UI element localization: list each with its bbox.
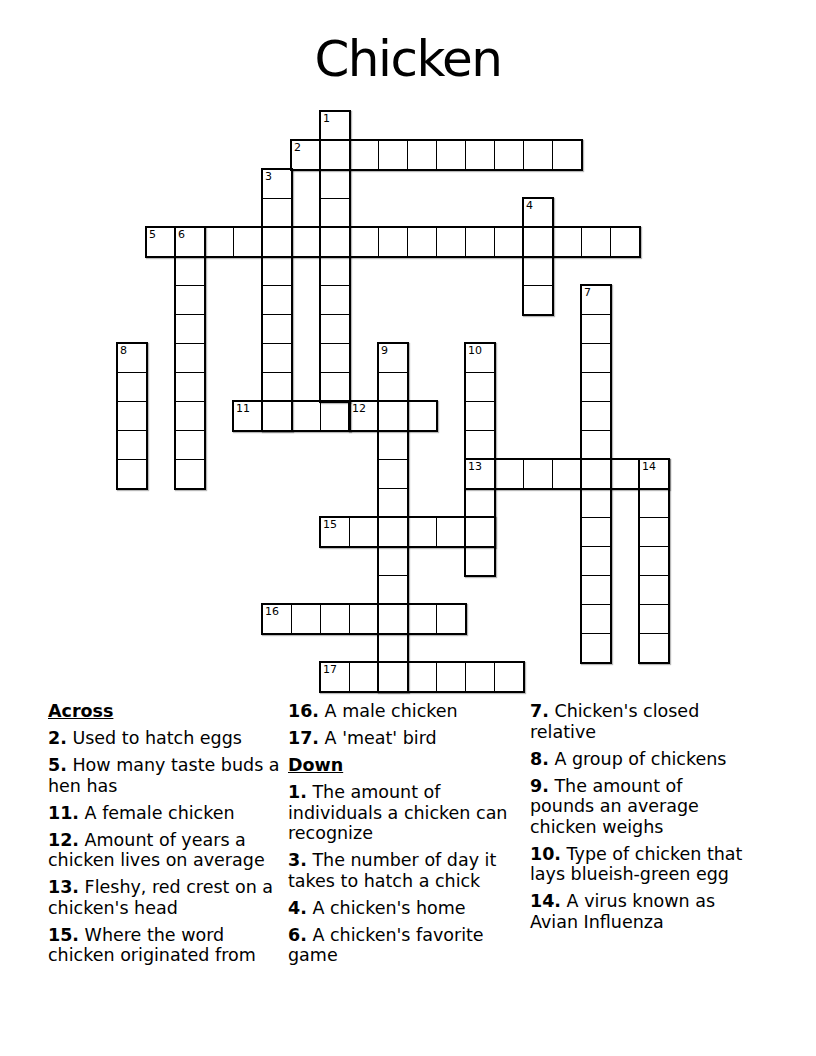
clue-column-3: 7. Chicken's closed relative8. A group o… — [530, 701, 748, 939]
clue-number: 7. — [530, 701, 549, 721]
clue-text: A 'meat' bird — [325, 728, 437, 748]
clue-text: Amount of years a chicken lives on avera… — [48, 830, 265, 871]
word-16-across-outline — [261, 603, 467, 635]
clue-text: A female chicken — [85, 803, 235, 823]
clue-2-across: 2. Used to hatch eggs — [48, 728, 284, 749]
clue-number: 2. — [48, 728, 67, 748]
clue-8-down: 8. A group of chickens — [530, 749, 748, 770]
clue-column-2: 16. A male chicken17. A 'meat' birdDown1… — [288, 701, 532, 972]
clue-number: 8. — [530, 749, 549, 769]
clue-text: The number of day it takes to hatch a ch… — [288, 850, 496, 891]
clue-number: 3. — [288, 850, 307, 870]
cell-number-4: 4 — [526, 200, 533, 211]
clue-text: The amount of individuals a chicken can … — [288, 782, 507, 843]
clue-number: 15. — [48, 925, 79, 945]
clue-text: Type of chicken that lays blueish-green … — [530, 844, 742, 885]
clue-7-down: 7. Chicken's closed relative — [530, 701, 748, 742]
cell-number-1: 1 — [323, 113, 330, 124]
clue-14-down: 14. A virus known as Avian Influenza — [530, 891, 748, 932]
clue-text: A chicken's home — [312, 898, 465, 918]
cell-number-14: 14 — [642, 461, 656, 472]
clue-number: 13. — [48, 877, 79, 897]
cell-number-10: 10 — [468, 345, 482, 356]
clue-number: 9. — [530, 776, 549, 796]
word-5-across-outline — [145, 226, 641, 258]
clue-15-across: 15. Where the word chicken originated fr… — [48, 925, 284, 966]
crossword-board: 1234567891011121314151617 — [0, 0, 816, 716]
clue-number: 6. — [288, 925, 307, 945]
word-17-across-outline — [319, 661, 525, 693]
clue-11-across: 11. A female chicken — [48, 803, 284, 824]
word-15-across-outline — [319, 516, 496, 548]
clue-text: Chicken's closed relative — [530, 701, 699, 742]
cell-number-3: 3 — [265, 171, 272, 182]
clue-9-down: 9. The amount of pounds an average chick… — [530, 776, 748, 838]
clue-number: 14. — [530, 891, 561, 911]
clue-4-down: 4. A chicken's home — [288, 898, 532, 919]
word-14-down-outline — [638, 458, 670, 664]
across-header: Across — [48, 701, 284, 721]
clue-16-across: 16. A male chicken — [288, 701, 532, 722]
clue-text: Used to hatch eggs — [72, 728, 242, 748]
clue-text: Fleshy, red crest on a chicken's head — [48, 877, 273, 918]
word-3-down-outline — [261, 168, 293, 432]
cell-number-6: 6 — [178, 229, 185, 240]
clue-number: 1. — [288, 782, 307, 802]
clue-column-1: Across2. Used to hatch eggs5. How many t… — [48, 701, 284, 972]
cell-number-15: 15 — [323, 519, 337, 530]
clue-number: 16. — [288, 701, 319, 721]
clue-12-across: 12. Amount of years a chicken lives on a… — [48, 830, 284, 871]
clue-1-down: 1. The amount of individuals a chicken c… — [288, 782, 532, 844]
cell-number-13: 13 — [468, 461, 482, 472]
cell-number-12: 12 — [352, 403, 366, 414]
cell-number-7: 7 — [584, 287, 591, 298]
clue-text: The amount of pounds an average chicken … — [530, 776, 699, 837]
word-8-down-outline — [116, 342, 148, 490]
clue-13-across: 13. Fleshy, red crest on a chicken's hea… — [48, 877, 284, 918]
clue-6-down: 6. A chicken's favorite game — [288, 925, 532, 966]
clue-text: Where the word chicken originated from — [48, 925, 256, 966]
word-6-down-outline — [174, 226, 206, 490]
clue-number: 12. — [48, 830, 79, 850]
clue-number: 10. — [530, 844, 561, 864]
cell-number-16: 16 — [265, 606, 279, 617]
clue-text: A group of chickens — [554, 749, 726, 769]
clue-text: How many taste buds a hen has — [48, 755, 280, 796]
clue-number: 5. — [48, 755, 67, 775]
cell-number-11: 11 — [236, 403, 250, 414]
clue-3-down: 3. The number of day it takes to hatch a… — [288, 850, 532, 891]
crossword-page: Chicken 1234567891011121314151617 Across… — [0, 0, 816, 1056]
cell-number-2: 2 — [294, 142, 301, 153]
cell-number-9: 9 — [381, 345, 388, 356]
clue-17-across: 17. A 'meat' bird — [288, 728, 532, 749]
down-header: Down — [288, 755, 532, 775]
cell-number-5: 5 — [149, 229, 156, 240]
clue-number: 17. — [288, 728, 319, 748]
clue-number: 4. — [288, 898, 307, 918]
clue-10-down: 10. Type of chicken that lays blueish-gr… — [530, 844, 748, 885]
clue-text: A chicken's favorite game — [288, 925, 484, 966]
cell-number-8: 8 — [120, 345, 127, 356]
clue-text: A male chicken — [325, 701, 458, 721]
clue-number: 11. — [48, 803, 79, 823]
word-2-across-outline — [290, 139, 583, 171]
clue-5-across: 5. How many taste buds a hen has — [48, 755, 284, 796]
cell-number-17: 17 — [323, 664, 337, 675]
